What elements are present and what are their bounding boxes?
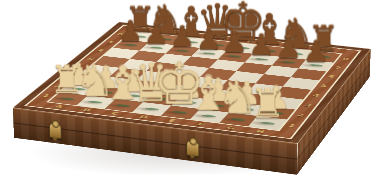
- brass-clasp-left-icon: [48, 122, 61, 139]
- chess-board: ABCDEFGH ABCDEFGH 87654321 87654321 ♜♞♝♛…: [13, 22, 371, 143]
- piece-white-rook-h1: ♜: [233, 84, 302, 124]
- chess-set-photo[interactable]: ABCDEFGH ABCDEFGH 87654321 87654321 ♜♞♝♛…: [0, 0, 376, 178]
- piece-black-pawn-h7: ♟: [284, 37, 347, 66]
- pieces-layer: ♜♞♝♛♚♝♞♜♟♟♟♟♟♟♟♟♟♟♟♟♟♟♟♟♜♞♝♛♚♝♞♜: [49, 31, 341, 130]
- brass-clasp-center-icon: [186, 139, 199, 157]
- scene: ABCDEFGH ABCDEFGH 87654321 87654321 ♜♞♝♛…: [0, 0, 376, 178]
